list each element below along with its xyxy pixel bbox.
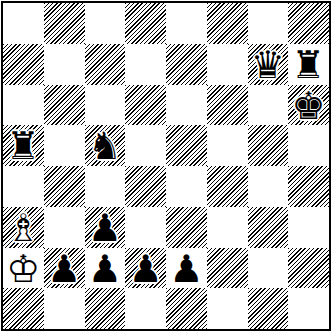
square-h2[interactable] [288, 248, 329, 289]
black-pawn-b2[interactable]: ♟♟ [44, 248, 85, 289]
square-a6[interactable] [3, 85, 44, 126]
square-d1[interactable] [125, 288, 166, 329]
square-b2[interactable]: ♟♟ [44, 248, 85, 289]
square-b1[interactable] [44, 288, 85, 329]
white-bishop-a3[interactable]: ♝♗ [3, 207, 44, 248]
piece-glyph: ♟ [125, 248, 166, 289]
square-c8[interactable] [85, 3, 126, 44]
square-g3[interactable] [248, 207, 289, 248]
square-d8[interactable] [125, 3, 166, 44]
square-c1[interactable] [85, 288, 126, 329]
square-g2[interactable] [248, 248, 289, 289]
black-king-h6[interactable]: ♚♚ [288, 85, 329, 126]
board: ♛♛♜♜♚♚♜♜♞♞♝♗♟♟♚♔♟♟♟♟♟♟♟♟ [3, 3, 329, 329]
square-c5[interactable]: ♞♞ [85, 125, 126, 166]
piece-glyph: ♛ [248, 44, 289, 85]
piece-glyph: ♜ [3, 125, 44, 166]
square-a2[interactable]: ♚♔ [3, 248, 44, 289]
square-a7[interactable] [3, 44, 44, 85]
square-d4[interactable] [125, 166, 166, 207]
square-e4[interactable] [166, 166, 207, 207]
square-g7[interactable]: ♛♛ [248, 44, 289, 85]
square-a4[interactable] [3, 166, 44, 207]
piece-glyph: ♗ [3, 207, 44, 248]
black-pawn-c2[interactable]: ♟♟ [85, 248, 126, 289]
black-queen-g7[interactable]: ♛♛ [248, 44, 289, 85]
square-h4[interactable] [288, 166, 329, 207]
piece-glyph: ♔ [3, 248, 44, 289]
square-g5[interactable] [248, 125, 289, 166]
square-a3[interactable]: ♝♗ [3, 207, 44, 248]
square-b6[interactable] [44, 85, 85, 126]
square-f4[interactable] [207, 166, 248, 207]
square-h5[interactable] [288, 125, 329, 166]
black-pawn-c3[interactable]: ♟♟ [85, 207, 126, 248]
piece-glyph: ♜ [288, 44, 329, 85]
board-frame: ♛♛♜♜♚♚♜♜♞♞♝♗♟♟♚♔♟♟♟♟♟♟♟♟ [1, 1, 331, 331]
square-c3[interactable]: ♟♟ [85, 207, 126, 248]
black-pawn-d2[interactable]: ♟♟ [125, 248, 166, 289]
square-b4[interactable] [44, 166, 85, 207]
square-e2[interactable]: ♟♟ [166, 248, 207, 289]
square-c7[interactable] [85, 44, 126, 85]
square-h3[interactable] [288, 207, 329, 248]
square-h8[interactable] [288, 3, 329, 44]
square-h1[interactable] [288, 288, 329, 329]
square-g1[interactable] [248, 288, 289, 329]
square-b7[interactable] [44, 44, 85, 85]
square-c6[interactable] [85, 85, 126, 126]
square-b5[interactable] [44, 125, 85, 166]
piece-glyph: ♟ [85, 248, 126, 289]
square-e1[interactable] [166, 288, 207, 329]
square-d5[interactable] [125, 125, 166, 166]
white-king-a2[interactable]: ♚♔ [3, 248, 44, 289]
square-g6[interactable] [248, 85, 289, 126]
square-e6[interactable] [166, 85, 207, 126]
square-b3[interactable] [44, 207, 85, 248]
square-f3[interactable] [207, 207, 248, 248]
square-c4[interactable] [85, 166, 126, 207]
square-d2[interactable]: ♟♟ [125, 248, 166, 289]
square-e5[interactable] [166, 125, 207, 166]
square-d6[interactable] [125, 85, 166, 126]
square-e3[interactable] [166, 207, 207, 248]
piece-glyph: ♚ [288, 85, 329, 126]
square-h7[interactable]: ♜♜ [288, 44, 329, 85]
square-g4[interactable] [248, 166, 289, 207]
piece-glyph: ♟ [166, 248, 207, 289]
square-e7[interactable] [166, 44, 207, 85]
square-g8[interactable] [248, 3, 289, 44]
square-d7[interactable] [125, 44, 166, 85]
square-a1[interactable] [3, 288, 44, 329]
square-d3[interactable] [125, 207, 166, 248]
square-h6[interactable]: ♚♚ [288, 85, 329, 126]
black-rook-a5[interactable]: ♜♜ [3, 125, 44, 166]
square-f5[interactable] [207, 125, 248, 166]
black-pawn-e2[interactable]: ♟♟ [166, 248, 207, 289]
square-b8[interactable] [44, 3, 85, 44]
square-c2[interactable]: ♟♟ [85, 248, 126, 289]
square-f8[interactable] [207, 3, 248, 44]
square-a5[interactable]: ♜♜ [3, 125, 44, 166]
black-rook-h7[interactable]: ♜♜ [288, 44, 329, 85]
square-f1[interactable] [207, 288, 248, 329]
square-e8[interactable] [166, 3, 207, 44]
square-f7[interactable] [207, 44, 248, 85]
black-knight-c5[interactable]: ♞♞ [85, 125, 126, 166]
piece-glyph: ♞ [85, 125, 126, 166]
chess-diagram: ♛♛♜♜♚♚♜♜♞♞♝♗♟♟♚♔♟♟♟♟♟♟♟♟ [0, 0, 332, 332]
square-f2[interactable] [207, 248, 248, 289]
square-a8[interactable] [3, 3, 44, 44]
piece-glyph: ♟ [44, 248, 85, 289]
piece-glyph: ♟ [85, 207, 126, 248]
square-f6[interactable] [207, 85, 248, 126]
